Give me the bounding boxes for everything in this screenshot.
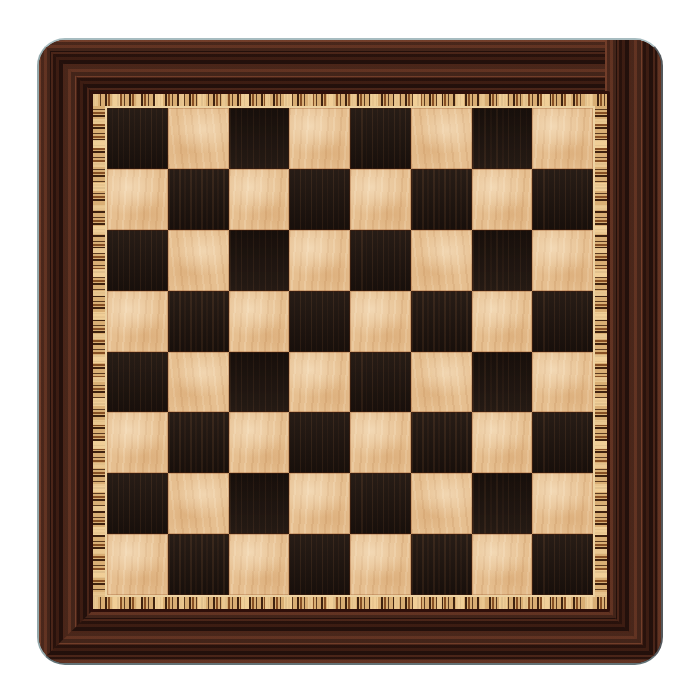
square-r2c2[interactable] [168,169,229,230]
square-r1c6[interactable] [411,108,472,169]
square-r6c3[interactable] [229,412,290,473]
square-r4c5[interactable] [350,291,411,352]
square-r2c4[interactable] [289,169,350,230]
square-r3c5[interactable] [350,230,411,291]
square-r3c8[interactable] [532,230,593,291]
square-r6c7[interactable] [472,412,533,473]
squares-grid [107,108,593,595]
square-r5c2[interactable] [168,352,229,413]
square-r4c7[interactable] [472,291,533,352]
frame-bottom [39,607,661,663]
square-r6c5[interactable] [350,412,411,473]
square-r4c3[interactable] [229,291,290,352]
chess-board [37,38,663,665]
frame-left [39,40,95,663]
inlay-border [90,91,610,612]
square-r7c5[interactable] [350,473,411,534]
photo-background [0,0,700,700]
square-r2c7[interactable] [472,169,533,230]
square-r2c3[interactable] [229,169,290,230]
square-r2c8[interactable] [532,169,593,230]
square-r7c8[interactable] [532,473,593,534]
square-r8c4[interactable] [289,534,350,595]
square-r8c3[interactable] [229,534,290,595]
square-r5c5[interactable] [350,352,411,413]
square-r1c2[interactable] [168,108,229,169]
inlay-band-bottom [93,597,607,609]
square-r6c6[interactable] [411,412,472,473]
square-r1c7[interactable] [472,108,533,169]
square-r3c1[interactable] [107,230,168,291]
square-r5c1[interactable] [107,352,168,413]
square-r8c6[interactable] [411,534,472,595]
square-r3c3[interactable] [229,230,290,291]
frame-right [605,40,661,663]
square-r8c7[interactable] [472,534,533,595]
square-r4c1[interactable] [107,291,168,352]
square-r8c8[interactable] [532,534,593,595]
square-r4c2[interactable] [168,291,229,352]
frame-top [39,40,661,96]
square-r1c3[interactable] [229,108,290,169]
square-r5c6[interactable] [411,352,472,413]
square-r7c1[interactable] [107,473,168,534]
inlay-band-top [93,94,607,106]
square-r1c1[interactable] [107,108,168,169]
square-r8c5[interactable] [350,534,411,595]
square-r4c4[interactable] [289,291,350,352]
square-r2c1[interactable] [107,169,168,230]
square-r6c2[interactable] [168,412,229,473]
square-r8c2[interactable] [168,534,229,595]
square-r7c6[interactable] [411,473,472,534]
square-r7c7[interactable] [472,473,533,534]
square-r5c7[interactable] [472,352,533,413]
square-r3c2[interactable] [168,230,229,291]
square-r8c1[interactable] [107,534,168,595]
inner-cream-line [105,106,595,597]
square-r6c4[interactable] [289,412,350,473]
square-r5c8[interactable] [532,352,593,413]
square-r3c7[interactable] [472,230,533,291]
square-r3c6[interactable] [411,230,472,291]
square-r4c8[interactable] [532,291,593,352]
square-r7c3[interactable] [229,473,290,534]
square-r2c5[interactable] [350,169,411,230]
square-r5c4[interactable] [289,352,350,413]
inlay-band-left [93,106,105,597]
square-r3c4[interactable] [289,230,350,291]
square-r6c8[interactable] [532,412,593,473]
square-r4c6[interactable] [411,291,472,352]
inlay-band-right [595,106,607,597]
square-r7c4[interactable] [289,473,350,534]
square-r6c1[interactable] [107,412,168,473]
square-r1c4[interactable] [289,108,350,169]
square-r5c3[interactable] [229,352,290,413]
square-r1c8[interactable] [532,108,593,169]
square-r1c5[interactable] [350,108,411,169]
square-r2c6[interactable] [411,169,472,230]
square-r7c2[interactable] [168,473,229,534]
